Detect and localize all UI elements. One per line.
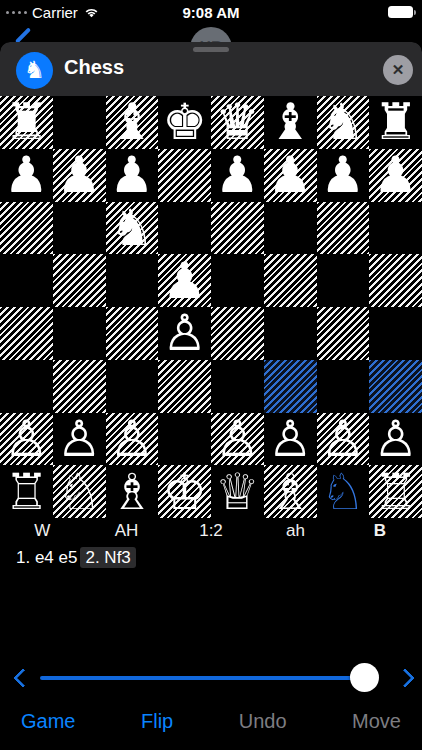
- square-d8[interactable]: ♕: [211, 465, 264, 518]
- square-d3[interactable]: [211, 202, 264, 255]
- square-f4[interactable]: [106, 254, 159, 307]
- current-move: 2. Nf3: [80, 547, 135, 568]
- square-b3[interactable]: [317, 202, 370, 255]
- square-e2[interactable]: [158, 149, 211, 202]
- move-list-text: 1. e4 e5: [16, 548, 77, 567]
- white-castling-label: AH: [84, 521, 168, 541]
- square-c5[interactable]: [264, 307, 317, 360]
- black-rook-a8: ♖: [373, 466, 418, 518]
- white-pawn-c2: ♟: [268, 149, 313, 201]
- square-d1[interactable]: ♛: [211, 96, 264, 149]
- square-c4[interactable]: [264, 254, 317, 307]
- white-pawn-f2: ♟: [109, 149, 154, 201]
- black-pawn-h7: ♙: [4, 413, 49, 465]
- black-king-e8: ♔: [162, 466, 207, 518]
- square-c2[interactable]: ♟: [264, 149, 317, 202]
- square-e7[interactable]: [158, 413, 211, 466]
- square-d7[interactable]: ♙: [211, 413, 264, 466]
- square-f3[interactable]: ♞: [106, 202, 159, 255]
- square-h8[interactable]: ♖: [0, 465, 53, 518]
- black-castling-label: ah: [253, 521, 337, 541]
- white-pawn-a2: ♟: [373, 149, 418, 201]
- square-e8[interactable]: ♔: [158, 465, 211, 518]
- black-bishop-f8: ♗: [109, 466, 154, 518]
- square-b1[interactable]: ♞: [317, 96, 370, 149]
- chess-sheet: ♞ Chess ✕ ♜♝♚♛♝♞♜♟♟♟♟♟♟♟♞♟♙♙♙♙♙♙♙♙♖♘♗♔♕♗…: [0, 42, 422, 750]
- square-g1[interactable]: [53, 96, 106, 149]
- close-button[interactable]: ✕: [383, 55, 413, 85]
- chess-app-icon: ♞: [16, 52, 53, 89]
- chevron-left-icon[interactable]: [13, 668, 33, 688]
- white-knight-b1: ♞: [320, 96, 365, 148]
- black-bishop-c8: ♗: [268, 466, 313, 518]
- square-g5[interactable]: [53, 307, 106, 360]
- white-rook-h1: ♜: [4, 96, 49, 148]
- square-h4[interactable]: [0, 254, 53, 307]
- square-d5[interactable]: [211, 307, 264, 360]
- square-e6[interactable]: [158, 360, 211, 413]
- slider-track[interactable]: [40, 676, 365, 680]
- square-e4[interactable]: ♟: [158, 254, 211, 307]
- black-pawn-b7: ♙: [320, 413, 365, 465]
- square-g4[interactable]: [53, 254, 106, 307]
- square-g8[interactable]: ♘: [53, 465, 106, 518]
- black-knight-g8: ♘: [57, 466, 102, 518]
- white-pawn-b2: ♟: [320, 149, 365, 201]
- white-king-e1: ♚: [162, 96, 207, 148]
- black-pawn-d7: ♙: [215, 413, 260, 465]
- move-list: 1. e4 e52. Nf3: [16, 548, 136, 568]
- square-b5[interactable]: [317, 307, 370, 360]
- square-c1[interactable]: ♝: [264, 96, 317, 149]
- square-d4[interactable]: [211, 254, 264, 307]
- game-button[interactable]: Game: [21, 710, 75, 733]
- chess-board: ♜♝♚♛♝♞♜♟♟♟♟♟♟♟♞♟♙♙♙♙♙♙♙♙♖♘♗♔♕♗♘♖: [0, 96, 422, 518]
- black-knight-b8: ♘: [320, 466, 365, 518]
- square-b2[interactable]: ♟: [317, 149, 370, 202]
- clock: 9:08 AM: [0, 4, 422, 21]
- square-a2[interactable]: ♟: [369, 149, 422, 202]
- square-c6[interactable]: [264, 360, 317, 413]
- square-a6[interactable]: [369, 360, 422, 413]
- square-a3[interactable]: [369, 202, 422, 255]
- white-knight-f3: ♞: [109, 202, 154, 254]
- flip-button[interactable]: Flip: [141, 710, 173, 733]
- square-g2[interactable]: ♟: [53, 149, 106, 202]
- black-queen-d8: ♕: [215, 466, 260, 518]
- square-a8[interactable]: ♖: [369, 465, 422, 518]
- square-e5[interactable]: ♙: [158, 307, 211, 360]
- square-f8[interactable]: ♗: [106, 465, 159, 518]
- white-bishop-c1: ♝: [268, 96, 313, 148]
- white-rook-a1: ♜: [373, 96, 418, 148]
- black-pawn-a7: ♙: [373, 413, 418, 465]
- white-pawn-h2: ♟: [4, 149, 49, 201]
- square-b8[interactable]: ♘: [317, 465, 370, 518]
- square-e3[interactable]: [158, 202, 211, 255]
- square-b4[interactable]: [317, 254, 370, 307]
- square-e1[interactable]: ♚: [158, 96, 211, 149]
- status-bar: Carrier 9:08 AM: [0, 0, 422, 30]
- white-bishop-f1: ♝: [109, 96, 154, 148]
- sheet-header: ♞ Chess ✕: [0, 42, 422, 96]
- white-queen-d1: ♛: [215, 96, 260, 148]
- black-pawn-c7: ♙: [268, 413, 313, 465]
- square-c8[interactable]: ♗: [264, 465, 317, 518]
- white-pawn-e4: ♟: [162, 255, 207, 307]
- square-c7[interactable]: ♙: [264, 413, 317, 466]
- black-pawn-g7: ♙: [57, 413, 102, 465]
- knight-icon: ♞: [24, 52, 46, 89]
- black-pawn-f7: ♙: [109, 413, 154, 465]
- move-button[interactable]: Move: [352, 710, 401, 733]
- black-pawn-e5: ♙: [162, 307, 207, 359]
- square-a7[interactable]: ♙: [369, 413, 422, 466]
- black-to-move-label: B: [338, 521, 422, 541]
- square-a1[interactable]: ♜: [369, 96, 422, 149]
- chevron-right-icon[interactable]: [395, 668, 415, 688]
- square-f1[interactable]: ♝: [106, 96, 159, 149]
- black-rook-h8: ♖: [4, 466, 49, 518]
- square-f6[interactable]: [106, 360, 159, 413]
- square-f5[interactable]: [106, 307, 159, 360]
- move-slider: [0, 660, 422, 694]
- square-f2[interactable]: ♟: [106, 149, 159, 202]
- castling-status-row: W AH 1:2 ah B: [0, 518, 422, 544]
- square-g7[interactable]: ♙: [53, 413, 106, 466]
- white-pawn-g2: ♟: [57, 149, 102, 201]
- square-g6[interactable]: [53, 360, 106, 413]
- bottom-toolbar: Game Flip Undo Move: [0, 710, 422, 733]
- square-a4[interactable]: [369, 254, 422, 307]
- white-label: W: [0, 521, 84, 541]
- square-d2[interactable]: ♟: [211, 149, 264, 202]
- square-a5[interactable]: [369, 307, 422, 360]
- square-h1[interactable]: ♜: [0, 96, 53, 149]
- slider-thumb[interactable]: [350, 663, 379, 692]
- square-g3[interactable]: [53, 202, 106, 255]
- square-b6[interactable]: [317, 360, 370, 413]
- square-d6[interactable]: [211, 360, 264, 413]
- white-pawn-d2: ♟: [215, 149, 260, 201]
- square-c3[interactable]: [264, 202, 317, 255]
- move-counter-label: 1:2: [169, 521, 253, 541]
- square-f7[interactable]: ♙: [106, 413, 159, 466]
- square-h3[interactable]: [0, 202, 53, 255]
- square-b7[interactable]: ♙: [317, 413, 370, 466]
- sheet-grabber[interactable]: [193, 47, 229, 52]
- square-h5[interactable]: [0, 307, 53, 360]
- screen: Carrier 9:08 AM HB ♞ Chess ✕ ♜♝♚♛♝♞♜♟♟♟♟…: [0, 0, 422, 750]
- battery-icon: [388, 6, 413, 18]
- square-h2[interactable]: ♟: [0, 149, 53, 202]
- square-h6[interactable]: [0, 360, 53, 413]
- square-h7[interactable]: ♙: [0, 413, 53, 466]
- page-title: Chess: [64, 56, 124, 79]
- undo-button[interactable]: Undo: [239, 710, 287, 733]
